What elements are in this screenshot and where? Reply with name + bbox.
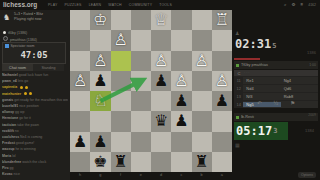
square-g4[interactable]: ♟ <box>90 71 110 91</box>
file-label-f: f <box>111 172 131 180</box>
computer-toggle[interactable]: C <box>234 71 244 76</box>
gold-badge-icon <box>24 92 28 96</box>
move-list-header-rest: · · · <box>244 71 318 75</box>
square-e6[interactable] <box>131 111 151 131</box>
tab-chat-room[interactable]: Chat room <box>2 64 33 71</box>
square-b3[interactable]: ♙ <box>192 51 212 71</box>
square-h5[interactable] <box>70 91 90 111</box>
black-rook-f8: ♜ <box>113 154 127 170</box>
chat-username: wazzup <box>2 147 15 151</box>
chat-username: rooklift <box>2 129 15 133</box>
options-pill[interactable]: Options <box>298 172 316 178</box>
move-white[interactable]: Nd4 <box>243 86 280 91</box>
file-label-c: c <box>171 172 191 180</box>
file-label-h: h <box>70 172 90 180</box>
game-info-line2: Playing right now <box>14 17 66 22</box>
chat-text: gg wp <box>15 110 24 114</box>
square-e1[interactable] <box>131 10 151 30</box>
search-icon[interactable]: ⌕ <box>284 2 287 7</box>
square-e7[interactable] <box>131 132 151 152</box>
square-f2[interactable]: ♙ <box>111 30 131 50</box>
square-a2[interactable] <box>212 30 232 50</box>
right-game-panel: ♟ 02:315 1386 Tf0by pmatthias 1:00 C · ·… <box>232 10 320 180</box>
square-c8[interactable] <box>171 152 191 172</box>
chess-board[interactable]: ♔♕♖♙♙♙♙♙♟♟♙♙♘♟♟♛♟♟♟♚♜♜ <box>70 10 232 172</box>
square-a4[interactable]: ♙ <box>212 71 232 91</box>
white-pawn-g3: ♙ <box>93 53 107 69</box>
online-dot <box>236 64 239 67</box>
header-right: ⌕ ⚙ ≡ 4162 <box>284 2 316 7</box>
player-row[interactable]: lb-Resti <box>234 113 318 121</box>
chat-username: pawn_e4 <box>2 79 18 83</box>
left-sidebar: ♞ 5+3 • Rated • Blitz Playing right now … <box>0 10 70 180</box>
file-label-e: e <box>131 172 151 180</box>
draw-offer-button[interactable]: ½ <box>274 100 279 106</box>
square-c5[interactable]: ♟ <box>171 91 191 111</box>
takeback-button[interactable]: ↶ <box>257 100 262 106</box>
low-time-bar <box>234 58 260 60</box>
square-e5[interactable] <box>131 91 151 111</box>
square-b8[interactable]: ♜ <box>192 152 212 172</box>
chat-username: blunderfree <box>2 160 22 164</box>
white-pawn-f2: ♙ <box>113 32 127 48</box>
move-number: 12 <box>234 85 243 92</box>
chat-text: he is winning <box>15 147 35 151</box>
opponent-row[interactable]: Tf0by pmatthias 1:00 <box>234 61 318 69</box>
online-dot <box>236 116 239 119</box>
move-black[interactable]: Rab8 <box>281 94 318 99</box>
white-pawn-h4: ♙ <box>73 73 87 89</box>
knight-icon: ♞ <box>3 13 10 22</box>
square-h4[interactable]: ♙ <box>70 71 90 91</box>
menu-icon[interactable]: ≡ <box>301 2 304 7</box>
square-d3[interactable]: ♙ <box>151 51 171 71</box>
square-f1[interactable] <box>111 10 131 30</box>
square-f6[interactable] <box>111 111 131 131</box>
chat-text: good luck have fun <box>19 73 48 77</box>
black-pawn-c5: ♟ <box>174 93 188 109</box>
black-pawn-a5: ♟ <box>215 93 229 109</box>
chat-text: go for it <box>19 116 31 120</box>
opponent-clock: 02:315 <box>235 37 276 51</box>
black-pawn-g4: ♟ <box>93 73 107 89</box>
nav-item-puzzles[interactable]: PUZZLES <box>65 3 82 7</box>
square-a5[interactable]: ♟ <box>212 91 232 111</box>
resign-button[interactable]: ⚑ <box>290 100 295 106</box>
gold-badge-icon <box>25 86 29 90</box>
gear-icon[interactable]: ⚙ <box>292 2 296 7</box>
black-pawn-h7: ♟ <box>73 134 87 150</box>
square-g6[interactable] <box>90 111 110 131</box>
black-queen-d6: ♛ <box>154 113 168 129</box>
captured-pieces-bottom: ▦ <box>235 142 240 148</box>
square-a8[interactable] <box>212 152 232 172</box>
player-clock-active: 05:173 <box>234 122 288 140</box>
square-h7[interactable]: ♟ <box>70 132 90 152</box>
player-row-value: 2009 <box>308 113 316 117</box>
black-pawn-d4: ♟ <box>154 73 168 89</box>
square-d2[interactable] <box>151 30 171 50</box>
square-g2[interactable] <box>90 30 110 50</box>
white-color-dot <box>3 31 6 34</box>
square-g7[interactable]: ♟ <box>90 132 110 152</box>
gold-badge-icon <box>29 92 33 96</box>
square-d4[interactable]: ♟ <box>151 71 171 91</box>
black-pawn-c6: ♟ <box>174 113 188 129</box>
chat-text: Ne4 is coming <box>20 135 42 139</box>
white-pawn-a4: ♙ <box>215 73 229 89</box>
game-info-box: ♞ 5+3 • Rated • Blitz Playing right now <box>2 12 66 22</box>
square-h2[interactable] <box>70 30 90 50</box>
chat-username: coolchess <box>2 135 20 139</box>
square-h1[interactable] <box>70 10 90 30</box>
square-g3[interactable]: ♙ <box>90 51 110 71</box>
player-rating: 1384 <box>305 128 314 133</box>
main-nav: PLAYPUZZLESLEARNWATCHCOMMUNITYTOOLS <box>48 3 172 7</box>
black-rook-b8: ♜ <box>194 154 208 170</box>
chat-username: Kovac <box>2 172 13 176</box>
move-row: 11Re1Ng4 <box>234 76 318 84</box>
move-white[interactable]: Re1 <box>243 78 280 83</box>
black-pawn-g7: ♟ <box>93 134 107 150</box>
tab-standing[interactable]: Standing <box>33 64 64 71</box>
chat-text: watch the clock <box>22 160 46 164</box>
game-action-buttons: ↶½⚑ <box>234 100 318 106</box>
square-f7[interactable] <box>111 132 131 152</box>
square-c2[interactable] <box>171 30 191 50</box>
square-c3[interactable] <box>171 51 191 71</box>
countdown-timer: 47:05 <box>3 50 65 60</box>
chat-text: take the pawn <box>17 123 39 127</box>
gold-badge-icon <box>20 86 24 90</box>
chat-username: Pirc <box>2 166 10 170</box>
square-c4[interactable]: ♙ <box>171 71 191 91</box>
chat-text: lol <box>12 154 16 158</box>
square-g1[interactable]: ♔ <box>90 10 110 30</box>
file-label-a: a <box>212 172 232 180</box>
sidebar-tabs: Chat roomStanding <box>2 64 64 71</box>
square-a1[interactable]: ♖ <box>212 10 232 30</box>
square-d7[interactable] <box>151 132 171 152</box>
file-label-b: b <box>192 172 212 180</box>
square-e2[interactable] <box>131 30 151 50</box>
square-c6[interactable]: ♟ <box>171 111 191 131</box>
square-c1[interactable] <box>171 10 191 30</box>
square-a7[interactable] <box>212 132 232 152</box>
white-rook-a1: ♖ <box>215 12 229 28</box>
square-d8[interactable] <box>151 152 171 172</box>
top-nav-bar: lichess.org PLAYPUZZLESLEARNWATCHCOMMUNI… <box>0 0 320 10</box>
white-pawn-b3: ♙ <box>194 53 208 69</box>
black-color-dot <box>3 36 8 41</box>
square-d6[interactable]: ♛ <box>151 111 171 131</box>
file-coordinates: hgfedcba <box>70 172 232 180</box>
white-king-g1: ♔ <box>93 12 107 28</box>
black-king-g8: ♚ <box>93 154 107 170</box>
chat-text: good game! <box>16 141 35 145</box>
timer-box-label: Spectator room <box>11 44 35 48</box>
square-b2[interactable] <box>192 30 212 50</box>
square-b1[interactable] <box>192 10 212 30</box>
move-row: 12Nd4Qd6 <box>234 84 318 92</box>
nav-item-community[interactable]: COMMUNITY <box>129 3 152 7</box>
square-f5[interactable] <box>111 91 131 111</box>
square-b6[interactable] <box>192 111 212 131</box>
chat-text: get ready for the marathon this weekend <box>14 98 68 102</box>
square-b4[interactable] <box>192 71 212 91</box>
square-h8[interactable] <box>70 152 90 172</box>
white-pawn-c4: ♙ <box>174 73 188 89</box>
square-d5[interactable] <box>151 91 171 111</box>
chat-room-list[interactable]: Nathaniel good luck have funpawn_e4 lets… <box>2 72 68 180</box>
nav-item-play[interactable]: PLAY <box>48 3 58 7</box>
white-pawn-d3: ♙ <box>154 53 168 69</box>
chat-username: sapientia <box>2 85 18 89</box>
square-f8[interactable]: ♜ <box>111 152 131 172</box>
square-h6[interactable] <box>70 111 90 131</box>
nav-item-watch[interactable]: WATCH <box>108 3 121 7</box>
chat-username: Nathaniel <box>2 73 19 77</box>
chat-username: matehunter <box>2 92 22 96</box>
chat-text: nice <box>13 172 19 176</box>
chat-message: Kovac nice <box>2 171 68 177</box>
chat-text: no <box>15 129 19 133</box>
header-counter: 4162 <box>308 3 316 7</box>
chat-username: gonais <box>2 98 14 102</box>
captured-pieces-top: ♟ <box>235 30 239 36</box>
nav-item-learn[interactable]: LEARN <box>89 3 102 7</box>
move-number: 11 <box>234 77 243 84</box>
file-label-d: d <box>151 172 171 180</box>
square-c7[interactable] <box>171 132 191 152</box>
square-a6[interactable] <box>212 111 232 131</box>
room-icon <box>5 44 9 48</box>
square-e8[interactable] <box>131 152 151 172</box>
move-black[interactable]: Qd6 <box>281 86 318 91</box>
square-f4[interactable] <box>111 71 131 91</box>
white-queen-d1: ♕ <box>154 12 168 28</box>
nav-item-tools[interactable]: TOOLS <box>159 3 172 7</box>
player-clock-tenths: 3 <box>273 127 277 135</box>
chat-text: gg <box>10 166 14 170</box>
move-black[interactable]: Ng4 <box>281 78 318 83</box>
opponent-rating: 1386 <box>307 50 316 55</box>
chat-text: lets go <box>18 79 28 83</box>
square-f3[interactable] <box>111 51 131 71</box>
move-number: 13 <box>234 93 243 100</box>
square-g5[interactable]: ♘ <box>90 91 110 111</box>
square-h3[interactable] <box>70 51 90 71</box>
move-row: 13Nf3Rab8 <box>234 92 318 100</box>
white-knight-g5: ♘ <box>93 93 107 109</box>
chat-username: Hermione <box>2 116 19 120</box>
chat-username: bucefal91 <box>2 104 19 108</box>
square-g8[interactable]: ♚ <box>90 152 110 172</box>
square-b5[interactable] <box>192 91 212 111</box>
lichess-game-page: lichess.org PLAYPUZZLESLEARNWATCHCOMMUNI… <box>0 0 320 180</box>
chat-username: Maria <box>2 154 12 158</box>
lichess-logo[interactable]: lichess.org <box>3 1 37 8</box>
chat-username: Fredost <box>2 141 16 145</box>
chat-text: nice position <box>19 104 38 108</box>
square-d1[interactable]: ♕ <box>151 10 171 30</box>
square-e3[interactable] <box>131 51 151 71</box>
opponent-row-value: 1:00 <box>309 63 316 67</box>
square-a3[interactable] <box>212 51 232 71</box>
spectator-timer-box: Spectator room 47:05 <box>2 42 66 64</box>
move-white[interactable]: Nf3 <box>243 94 280 99</box>
chat-username: allonsy <box>2 110 15 114</box>
file-label-g: g <box>90 172 110 180</box>
chat-username: tactician <box>2 123 17 127</box>
square-b7[interactable] <box>192 132 212 152</box>
square-e4[interactable] <box>131 71 151 91</box>
opponent-clock-tenths: 5 <box>272 42 276 50</box>
